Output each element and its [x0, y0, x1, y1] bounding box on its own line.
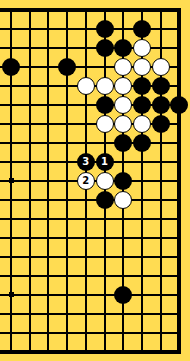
grid-line-row-1	[0, 350, 181, 354]
grid-line-row-18	[0, 28, 181, 30]
stone-black-P11-move-1[interactable]: 1	[96, 153, 114, 171]
stone-white-Q13[interactable]	[114, 115, 132, 133]
stone-white-O15[interactable]	[77, 77, 95, 95]
stone-black-P14[interactable]	[96, 96, 114, 114]
stone-black-S13[interactable]	[152, 115, 170, 133]
stone-white-S16[interactable]	[152, 58, 170, 76]
grid-line-row-5	[0, 275, 181, 277]
stone-black-N16[interactable]	[58, 58, 76, 76]
star-point-K4	[9, 292, 14, 297]
stone-white-Q16[interactable]	[114, 58, 132, 76]
stone-black-T14[interactable]	[170, 96, 188, 114]
stone-black-R14[interactable]	[133, 96, 151, 114]
stone-white-P10[interactable]	[96, 172, 114, 190]
grid-line-row-12	[0, 142, 181, 144]
stone-white-Q15[interactable]	[114, 77, 132, 95]
stone-black-Q12[interactable]	[114, 134, 132, 152]
stone-black-K16[interactable]	[2, 58, 20, 76]
stone-black-P18[interactable]	[96, 20, 114, 38]
grid-line-row-3	[0, 313, 181, 315]
stone-black-R12[interactable]	[133, 134, 151, 152]
stone-black-S14[interactable]	[152, 96, 170, 114]
go-board[interactable]: 312	[0, 0, 190, 361]
stone-black-O11-move-3[interactable]: 3	[77, 153, 95, 171]
stone-white-P15[interactable]	[96, 77, 114, 95]
grid-line-row-2	[0, 332, 181, 334]
stone-black-Q17[interactable]	[114, 39, 132, 57]
stone-black-R15[interactable]	[133, 77, 151, 95]
stone-white-R13[interactable]	[133, 115, 151, 133]
star-point-K10	[9, 178, 14, 183]
grid-line-row-8	[0, 218, 181, 220]
grid-line-row-19	[0, 8, 181, 12]
stone-black-Q10[interactable]	[114, 172, 132, 190]
stone-black-R18[interactable]	[133, 20, 151, 38]
stone-white-Q9[interactable]	[114, 191, 132, 209]
stone-black-Q4[interactable]	[114, 286, 132, 304]
stone-black-S15[interactable]	[152, 77, 170, 95]
stone-white-P13[interactable]	[96, 115, 114, 133]
stone-black-P17[interactable]	[96, 39, 114, 57]
stone-black-P9[interactable]	[96, 191, 114, 209]
stone-white-O10-move-2[interactable]: 2	[77, 172, 95, 190]
grid-line-row-17	[0, 47, 181, 49]
grid-line-row-7	[0, 237, 181, 239]
grid-line-row-4	[0, 294, 181, 296]
grid-line-row-6	[0, 256, 181, 258]
stone-white-R17[interactable]	[133, 39, 151, 57]
grid-line-row-9	[0, 199, 181, 201]
stone-white-R16[interactable]	[133, 58, 151, 76]
stone-white-Q14[interactable]	[114, 96, 132, 114]
